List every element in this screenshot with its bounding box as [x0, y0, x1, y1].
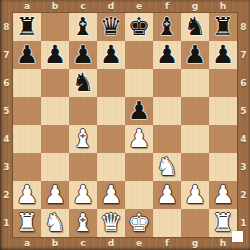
square-b4[interactable]: [41, 125, 69, 153]
rank-label-left-2: 2: [0, 181, 13, 209]
square-a7[interactable]: ♟: [13, 41, 41, 69]
square-h4[interactable]: [209, 125, 237, 153]
square-h8[interactable]: ♜: [209, 13, 237, 41]
square-c1[interactable]: ♝: [69, 209, 97, 237]
white-pawn-d2[interactable]: ♟: [100, 181, 122, 209]
black-pawn-f7[interactable]: ♟: [156, 41, 178, 69]
square-e5[interactable]: ♟: [125, 97, 153, 125]
white-knight-f3[interactable]: ♞: [156, 153, 178, 181]
square-h5[interactable]: [209, 97, 237, 125]
square-h6[interactable]: [209, 69, 237, 97]
square-c5[interactable]: [69, 97, 97, 125]
black-pawn-c7[interactable]: ♟: [72, 41, 94, 69]
rank-label-left-1: 1: [0, 209, 13, 237]
rank-label-right-8: 8: [237, 13, 250, 41]
white-rook-a1[interactable]: ♜: [16, 209, 38, 237]
black-rook-h8[interactable]: ♜: [212, 13, 234, 41]
white-to-move-indicator: [232, 231, 243, 242]
rank-label-right-2: 2: [237, 181, 250, 209]
square-f7[interactable]: ♟: [153, 41, 181, 69]
rank-label-left-3: 3: [0, 153, 13, 181]
black-pawn-g7[interactable]: ♟: [184, 41, 206, 69]
rank-label-left-8: 8: [0, 13, 13, 41]
square-c6[interactable]: ♞: [69, 69, 97, 97]
file-label-bottom-d: d: [97, 237, 125, 250]
square-b8[interactable]: [41, 13, 69, 41]
black-pawn-d7[interactable]: ♟: [100, 41, 122, 69]
chess-board-diagram: ♜♝♛♚♝♞♜♟♟♟♟♟♟♟♞♟♝♟♞♟♟♟♟♟♟♟♜♞♝♛♚♜ aabbccd…: [0, 0, 250, 250]
square-a5[interactable]: [13, 97, 41, 125]
white-pawn-b2[interactable]: ♟: [44, 181, 66, 209]
square-h7[interactable]: ♟: [209, 41, 237, 69]
rank-label-right-3: 3: [237, 153, 250, 181]
square-g5[interactable]: [181, 97, 209, 125]
black-knight-g8[interactable]: ♞: [184, 13, 206, 41]
black-pawn-h7[interactable]: ♟: [212, 41, 234, 69]
square-a6[interactable]: [13, 69, 41, 97]
square-d1[interactable]: ♛: [97, 209, 125, 237]
white-bishop-c4[interactable]: ♝: [72, 125, 94, 153]
square-b2[interactable]: ♟: [41, 181, 69, 209]
square-f6[interactable]: [153, 69, 181, 97]
square-f5[interactable]: [153, 97, 181, 125]
white-pawn-h2[interactable]: ♟: [212, 181, 234, 209]
square-g6[interactable]: [181, 69, 209, 97]
file-label-top-h: h: [209, 0, 237, 13]
rank-label-right-4: 4: [237, 125, 250, 153]
square-f4[interactable]: [153, 125, 181, 153]
square-g4[interactable]: [181, 125, 209, 153]
file-label-top-a: a: [13, 0, 41, 13]
square-d2[interactable]: ♟: [97, 181, 125, 209]
square-b7[interactable]: ♟: [41, 41, 69, 69]
file-label-top-g: g: [181, 0, 209, 13]
rank-label-right-5: 5: [237, 97, 250, 125]
rank-label-left-4: 4: [0, 125, 13, 153]
square-d3[interactable]: [97, 153, 125, 181]
black-king-e8[interactable]: ♚: [128, 13, 150, 41]
white-pawn-a2[interactable]: ♟: [16, 181, 38, 209]
rank-label-right-7: 7: [237, 41, 250, 69]
square-g3[interactable]: [181, 153, 209, 181]
file-label-bottom-b: b: [41, 237, 69, 250]
square-h3[interactable]: [209, 153, 237, 181]
file-label-top-c: c: [69, 0, 97, 13]
square-g1[interactable]: [181, 209, 209, 237]
black-pawn-a7[interactable]: ♟: [16, 41, 38, 69]
white-pawn-f2[interactable]: ♟: [156, 181, 178, 209]
file-label-top-d: d: [97, 0, 125, 13]
square-c3[interactable]: [69, 153, 97, 181]
rank-label-left-7: 7: [0, 41, 13, 69]
black-bishop-f8[interactable]: ♝: [156, 13, 178, 41]
white-pawn-c2[interactable]: ♟: [72, 181, 94, 209]
square-c7[interactable]: ♟: [69, 41, 97, 69]
square-c2[interactable]: ♟: [69, 181, 97, 209]
square-d7[interactable]: ♟: [97, 41, 125, 69]
square-f8[interactable]: ♝: [153, 13, 181, 41]
white-knight-b1[interactable]: ♞: [44, 209, 66, 237]
black-pawn-b7[interactable]: ♟: [44, 41, 66, 69]
square-e3[interactable]: [125, 153, 153, 181]
white-pawn-g2[interactable]: ♟: [184, 181, 206, 209]
chess-board: ♜♝♛♚♝♞♜♟♟♟♟♟♟♟♞♟♝♟♞♟♟♟♟♟♟♟♜♞♝♛♚♜: [13, 13, 237, 237]
white-king-e1[interactable]: ♚: [128, 209, 150, 237]
square-a4[interactable]: [13, 125, 41, 153]
square-b6[interactable]: [41, 69, 69, 97]
square-g8[interactable]: ♞: [181, 13, 209, 41]
white-pawn-e4[interactable]: ♟: [128, 125, 150, 153]
square-d5[interactable]: [97, 97, 125, 125]
rank-label-right-6: 6: [237, 69, 250, 97]
square-f1[interactable]: [153, 209, 181, 237]
square-a1[interactable]: ♜: [13, 209, 41, 237]
square-f2[interactable]: ♟: [153, 181, 181, 209]
square-b3[interactable]: [41, 153, 69, 181]
square-e4[interactable]: ♟: [125, 125, 153, 153]
square-d8[interactable]: ♛: [97, 13, 125, 41]
square-a3[interactable]: [13, 153, 41, 181]
black-rook-a8[interactable]: ♜: [16, 13, 38, 41]
file-label-top-f: f: [153, 0, 181, 13]
square-g2[interactable]: ♟: [181, 181, 209, 209]
square-e2[interactable]: [125, 181, 153, 209]
rank-label-left-5: 5: [0, 97, 13, 125]
square-e8[interactable]: ♚: [125, 13, 153, 41]
file-label-bottom-e: e: [125, 237, 153, 250]
square-f3[interactable]: ♞: [153, 153, 181, 181]
file-label-top-e: e: [125, 0, 153, 13]
square-h2[interactable]: ♟: [209, 181, 237, 209]
square-g7[interactable]: ♟: [181, 41, 209, 69]
square-c8[interactable]: ♝: [69, 13, 97, 41]
square-a2[interactable]: ♟: [13, 181, 41, 209]
square-e7[interactable]: [125, 41, 153, 69]
white-queen-d1[interactable]: ♛: [100, 209, 122, 237]
square-a8[interactable]: ♜: [13, 13, 41, 41]
file-label-bottom-a: a: [13, 237, 41, 250]
square-d6[interactable]: [97, 69, 125, 97]
file-label-bottom-g: g: [181, 237, 209, 250]
square-b1[interactable]: ♞: [41, 209, 69, 237]
square-e6[interactable]: [125, 69, 153, 97]
black-knight-c6[interactable]: ♞: [72, 69, 94, 97]
square-b5[interactable]: [41, 97, 69, 125]
white-rook-h1[interactable]: ♜: [212, 209, 234, 237]
white-bishop-c1[interactable]: ♝: [72, 209, 94, 237]
rank-label-left-6: 6: [0, 69, 13, 97]
black-queen-d8[interactable]: ♛: [100, 13, 122, 41]
file-label-top-b: b: [41, 0, 69, 13]
black-bishop-c8[interactable]: ♝: [72, 13, 94, 41]
black-pawn-e5[interactable]: ♟: [128, 97, 150, 125]
square-e1[interactable]: ♚: [125, 209, 153, 237]
square-d4[interactable]: [97, 125, 125, 153]
file-label-bottom-f: f: [153, 237, 181, 250]
square-c4[interactable]: ♝: [69, 125, 97, 153]
file-label-bottom-c: c: [69, 237, 97, 250]
